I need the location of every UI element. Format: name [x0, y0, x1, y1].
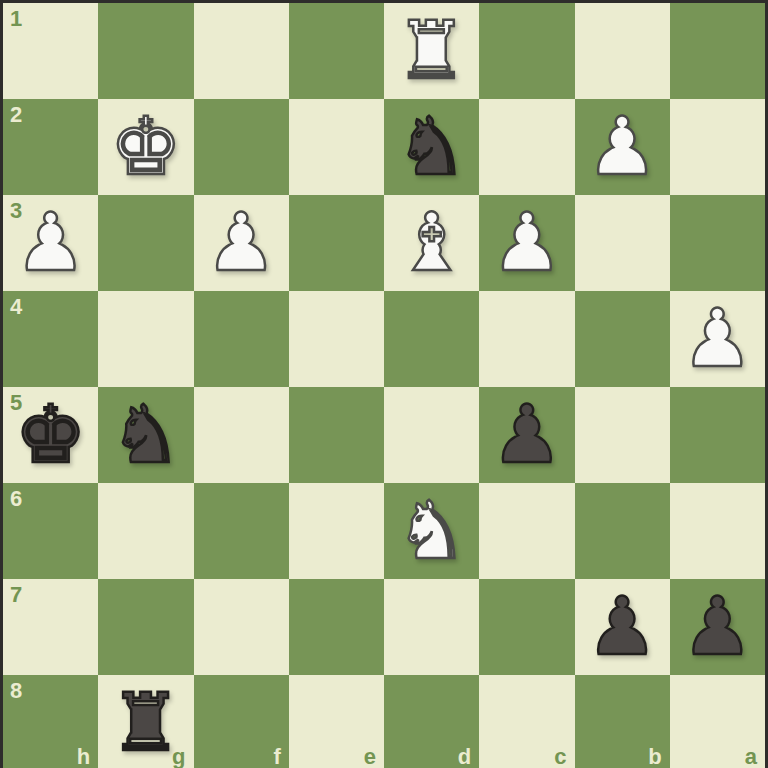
square-a3[interactable]	[670, 195, 765, 291]
file-label-b: b	[648, 746, 661, 768]
rank-label-2: 2	[10, 104, 22, 126]
square-b2[interactable]: ♟	[575, 99, 670, 195]
square-f3[interactable]: ♟	[194, 195, 289, 291]
square-h8[interactable]: 8h	[3, 675, 98, 768]
square-a1[interactable]	[670, 3, 765, 99]
square-b5[interactable]	[575, 387, 670, 483]
square-d1[interactable]: ♜	[384, 3, 479, 99]
square-g3[interactable]	[98, 195, 193, 291]
square-e6[interactable]	[289, 483, 384, 579]
square-c7[interactable]	[479, 579, 574, 675]
rank-label-8: 8	[10, 680, 22, 702]
file-label-a: a	[745, 746, 757, 768]
square-e2[interactable]	[289, 99, 384, 195]
square-d5[interactable]	[384, 387, 479, 483]
black-king-piece[interactable]: ♚	[15, 387, 87, 483]
square-h6[interactable]: 6	[3, 483, 98, 579]
square-g2[interactable]: ♚	[98, 99, 193, 195]
white-rook-piece[interactable]: ♜	[396, 3, 468, 99]
file-label-e: e	[364, 746, 376, 768]
square-h4[interactable]: 4	[3, 291, 98, 387]
square-g7[interactable]	[98, 579, 193, 675]
square-c3[interactable]: ♟	[479, 195, 574, 291]
black-pawn-piece[interactable]: ♟	[491, 387, 563, 483]
square-g5[interactable]: ♞	[98, 387, 193, 483]
square-b4[interactable]	[575, 291, 670, 387]
white-pawn-piece[interactable]: ♟	[491, 195, 563, 291]
black-pawn-piece[interactable]: ♟	[586, 579, 658, 675]
square-c1[interactable]	[479, 3, 574, 99]
square-d3[interactable]: ♝	[384, 195, 479, 291]
square-c2[interactable]	[479, 99, 574, 195]
white-pawn-piece[interactable]: ♟	[682, 291, 754, 387]
square-e3[interactable]	[289, 195, 384, 291]
square-f8[interactable]: f	[194, 675, 289, 768]
white-pawn-piece[interactable]: ♟	[15, 195, 87, 291]
chess-board: 1♜2♚♞♟3♟♟♝♟4♟5♚♞♟6♞7♟♟8hg♜fedcba	[0, 0, 768, 768]
square-a2[interactable]	[670, 99, 765, 195]
square-a8[interactable]: a	[670, 675, 765, 768]
rank-label-6: 6	[10, 488, 22, 510]
rank-label-4: 4	[10, 296, 22, 318]
file-label-d: d	[458, 746, 471, 768]
square-h3[interactable]: 3♟	[3, 195, 98, 291]
white-pawn-piece[interactable]: ♟	[586, 99, 658, 195]
square-c6[interactable]	[479, 483, 574, 579]
square-a6[interactable]	[670, 483, 765, 579]
white-pawn-piece[interactable]: ♟	[205, 195, 277, 291]
square-b8[interactable]: b	[575, 675, 670, 768]
square-g4[interactable]	[98, 291, 193, 387]
square-h7[interactable]: 7	[3, 579, 98, 675]
square-b6[interactable]	[575, 483, 670, 579]
square-d2[interactable]: ♞	[384, 99, 479, 195]
black-knight-piece[interactable]: ♞	[396, 99, 468, 195]
square-d7[interactable]	[384, 579, 479, 675]
square-a7[interactable]: ♟	[670, 579, 765, 675]
square-d4[interactable]	[384, 291, 479, 387]
square-f6[interactable]	[194, 483, 289, 579]
square-a4[interactable]: ♟	[670, 291, 765, 387]
square-c5[interactable]: ♟	[479, 387, 574, 483]
square-f7[interactable]	[194, 579, 289, 675]
square-b7[interactable]: ♟	[575, 579, 670, 675]
square-e5[interactable]	[289, 387, 384, 483]
square-g1[interactable]	[98, 3, 193, 99]
square-a5[interactable]	[670, 387, 765, 483]
square-e8[interactable]: e	[289, 675, 384, 768]
square-g6[interactable]	[98, 483, 193, 579]
black-rook-piece[interactable]: ♜	[110, 675, 182, 768]
file-label-f: f	[273, 746, 280, 768]
square-b1[interactable]	[575, 3, 670, 99]
square-f5[interactable]	[194, 387, 289, 483]
white-king-piece[interactable]: ♚	[110, 99, 182, 195]
square-g8[interactable]: g♜	[98, 675, 193, 768]
square-h1[interactable]: 1	[3, 3, 98, 99]
square-d8[interactable]: d	[384, 675, 479, 768]
square-e4[interactable]	[289, 291, 384, 387]
square-f1[interactable]	[194, 3, 289, 99]
square-h2[interactable]: 2	[3, 99, 98, 195]
white-knight-piece[interactable]: ♞	[396, 483, 468, 579]
file-label-h: h	[77, 746, 90, 768]
square-f2[interactable]	[194, 99, 289, 195]
rank-label-1: 1	[10, 8, 22, 30]
square-c4[interactable]	[479, 291, 574, 387]
black-knight-piece[interactable]: ♞	[110, 387, 182, 483]
square-f4[interactable]	[194, 291, 289, 387]
square-e1[interactable]	[289, 3, 384, 99]
black-pawn-piece[interactable]: ♟	[682, 579, 754, 675]
rank-label-7: 7	[10, 584, 22, 606]
square-h5[interactable]: 5♚	[3, 387, 98, 483]
square-d6[interactable]: ♞	[384, 483, 479, 579]
white-bishop-piece[interactable]: ♝	[396, 195, 468, 291]
square-c8[interactable]: c	[479, 675, 574, 768]
square-b3[interactable]	[575, 195, 670, 291]
file-label-c: c	[554, 746, 566, 768]
square-e7[interactable]	[289, 579, 384, 675]
